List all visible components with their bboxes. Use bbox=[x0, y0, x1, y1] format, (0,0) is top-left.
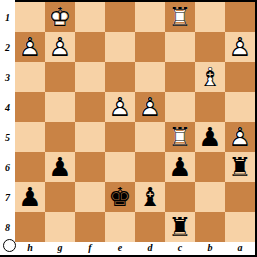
white-king-outline: ♔ bbox=[45, 2, 75, 32]
square-c6[interactable]: ♟ bbox=[165, 152, 195, 182]
square-d3[interactable] bbox=[135, 62, 165, 92]
square-h3[interactable] bbox=[15, 62, 45, 92]
square-c5[interactable]: ♜♖ bbox=[165, 122, 195, 152]
square-h6[interactable] bbox=[15, 152, 45, 182]
rank-label-4: 4 bbox=[0, 92, 15, 122]
black-pawn[interactable]: ♟ bbox=[15, 182, 45, 212]
square-c8[interactable]: ♜ bbox=[165, 212, 195, 242]
black-rook[interactable]: ♜ bbox=[225, 152, 255, 182]
rank-labels: 12345678 bbox=[0, 2, 15, 242]
square-h4[interactable] bbox=[15, 92, 45, 122]
square-f7[interactable] bbox=[75, 182, 105, 212]
black-rook-glyph: ♜ bbox=[225, 152, 255, 182]
rank-label-3: 3 bbox=[0, 62, 15, 92]
square-e4[interactable]: ♟♙ bbox=[105, 92, 135, 122]
white-rook-outline: ♖ bbox=[165, 122, 195, 152]
square-c7[interactable] bbox=[165, 182, 195, 212]
square-g8[interactable] bbox=[45, 212, 75, 242]
square-f4[interactable] bbox=[75, 92, 105, 122]
square-a4[interactable] bbox=[225, 92, 255, 122]
black-bishop-glyph: ♝ bbox=[135, 182, 165, 212]
square-f3[interactable] bbox=[75, 62, 105, 92]
square-e7[interactable]: ♚ bbox=[105, 182, 135, 212]
rank-label-1: 1 bbox=[0, 2, 15, 32]
rank-label-5: 5 bbox=[0, 122, 15, 152]
square-h7[interactable]: ♟ bbox=[15, 182, 45, 212]
white-pawn[interactable]: ♟♙ bbox=[225, 32, 255, 62]
square-e3[interactable] bbox=[105, 62, 135, 92]
white-pawn-outline: ♙ bbox=[15, 32, 45, 62]
square-g2[interactable]: ♟♙ bbox=[45, 32, 75, 62]
square-d4[interactable]: ♟♙ bbox=[135, 92, 165, 122]
black-pawn-glyph: ♟ bbox=[45, 152, 75, 182]
white-pawn-outline: ♙ bbox=[135, 92, 165, 122]
white-bishop-outline: ♗ bbox=[195, 62, 225, 92]
square-e6[interactable] bbox=[105, 152, 135, 182]
black-king[interactable]: ♚ bbox=[105, 182, 135, 212]
square-a5[interactable]: ♟♙ bbox=[225, 122, 255, 152]
square-b5[interactable]: ♟ bbox=[195, 122, 225, 152]
square-c3[interactable] bbox=[165, 62, 195, 92]
square-g3[interactable] bbox=[45, 62, 75, 92]
square-d6[interactable] bbox=[135, 152, 165, 182]
square-c4[interactable] bbox=[165, 92, 195, 122]
white-pawn[interactable]: ♟♙ bbox=[45, 32, 75, 62]
file-label-h: h bbox=[15, 242, 45, 255]
square-a2[interactable]: ♟♙ bbox=[225, 32, 255, 62]
square-b6[interactable] bbox=[195, 152, 225, 182]
square-b3[interactable]: ♝♗ bbox=[195, 62, 225, 92]
file-label-f: f bbox=[75, 242, 105, 255]
white-pawn[interactable]: ♟♙ bbox=[15, 32, 45, 62]
rank-label-6: 6 bbox=[0, 152, 15, 182]
square-g7[interactable] bbox=[45, 182, 75, 212]
white-rook[interactable]: ♜♖ bbox=[165, 122, 195, 152]
file-label-a: a bbox=[225, 242, 255, 255]
square-c1[interactable]: ♜♖ bbox=[165, 2, 195, 32]
white-pawn-outline: ♙ bbox=[225, 122, 255, 152]
square-d5[interactable] bbox=[135, 122, 165, 152]
file-label-e: e bbox=[105, 242, 135, 255]
white-bishop[interactable]: ♝♗ bbox=[195, 62, 225, 92]
square-h1[interactable] bbox=[15, 2, 45, 32]
black-king-glyph: ♚ bbox=[105, 182, 135, 212]
white-pawn[interactable]: ♟♙ bbox=[105, 92, 135, 122]
black-pawn[interactable]: ♟ bbox=[195, 122, 225, 152]
chess-diagram: 12345678 ♚♔♜♖♟♙♟♙♟♙♝♗♟♙♟♙♜♖♟♟♙♟♟♜♟♚♝♜ hg… bbox=[0, 0, 257, 257]
black-bishop[interactable]: ♝ bbox=[135, 182, 165, 212]
white-pawn-outline: ♙ bbox=[45, 32, 75, 62]
white-king[interactable]: ♚♔ bbox=[45, 2, 75, 32]
square-e5[interactable] bbox=[105, 122, 135, 152]
square-e8[interactable] bbox=[105, 212, 135, 242]
square-d2[interactable] bbox=[135, 32, 165, 62]
black-pawn-glyph: ♟ bbox=[165, 152, 195, 182]
square-d7[interactable]: ♝ bbox=[135, 182, 165, 212]
square-h8[interactable] bbox=[15, 212, 45, 242]
rank-label-8: 8 bbox=[0, 212, 15, 242]
square-a1[interactable] bbox=[225, 2, 255, 32]
rank-label-7: 7 bbox=[0, 182, 15, 212]
square-f2[interactable] bbox=[75, 32, 105, 62]
square-f8[interactable] bbox=[75, 212, 105, 242]
file-label-g: g bbox=[45, 242, 75, 255]
square-a7[interactable] bbox=[225, 182, 255, 212]
white-pawn[interactable]: ♟♙ bbox=[135, 92, 165, 122]
square-e2[interactable] bbox=[105, 32, 135, 62]
square-b4[interactable] bbox=[195, 92, 225, 122]
white-pawn-outline: ♙ bbox=[225, 32, 255, 62]
white-pawn-outline: ♙ bbox=[105, 92, 135, 122]
square-f5[interactable] bbox=[75, 122, 105, 152]
square-h5[interactable] bbox=[15, 122, 45, 152]
square-g5[interactable] bbox=[45, 122, 75, 152]
square-g6[interactable]: ♟ bbox=[45, 152, 75, 182]
file-label-b: b bbox=[195, 242, 225, 255]
square-a3[interactable] bbox=[225, 62, 255, 92]
white-rook-outline: ♖ bbox=[165, 2, 195, 32]
square-b8[interactable] bbox=[195, 212, 225, 242]
file-labels: hgfedcba bbox=[15, 242, 255, 255]
white-rook[interactable]: ♜♖ bbox=[165, 2, 195, 32]
square-g4[interactable] bbox=[45, 92, 75, 122]
black-rook[interactable]: ♜ bbox=[165, 212, 195, 242]
black-rook-glyph: ♜ bbox=[165, 212, 195, 242]
file-label-c: c bbox=[165, 242, 195, 255]
square-h2[interactable]: ♟♙ bbox=[15, 32, 45, 62]
square-d8[interactable] bbox=[135, 212, 165, 242]
square-e1[interactable] bbox=[105, 2, 135, 32]
rank-label-2: 2 bbox=[0, 32, 15, 62]
black-pawn[interactable]: ♟ bbox=[45, 152, 75, 182]
square-g1[interactable]: ♚♔ bbox=[45, 2, 75, 32]
square-f6[interactable] bbox=[75, 152, 105, 182]
file-label-d: d bbox=[135, 242, 165, 255]
square-c2[interactable] bbox=[165, 32, 195, 62]
square-b7[interactable] bbox=[195, 182, 225, 212]
chess-board[interactable]: ♚♔♜♖♟♙♟♙♟♙♝♗♟♙♟♙♜♖♟♟♙♟♟♜♟♚♝♜ bbox=[15, 2, 255, 242]
black-pawn[interactable]: ♟ bbox=[165, 152, 195, 182]
square-b2[interactable] bbox=[195, 32, 225, 62]
white-to-move-indicator bbox=[3, 239, 16, 252]
square-d1[interactable] bbox=[135, 2, 165, 32]
square-a8[interactable] bbox=[225, 212, 255, 242]
board-border-right bbox=[255, 0, 257, 257]
square-b1[interactable] bbox=[195, 2, 225, 32]
black-pawn-glyph: ♟ bbox=[195, 122, 225, 152]
square-f1[interactable] bbox=[75, 2, 105, 32]
square-a6[interactable]: ♜ bbox=[225, 152, 255, 182]
white-pawn[interactable]: ♟♙ bbox=[225, 122, 255, 152]
black-pawn-glyph: ♟ bbox=[15, 182, 45, 212]
